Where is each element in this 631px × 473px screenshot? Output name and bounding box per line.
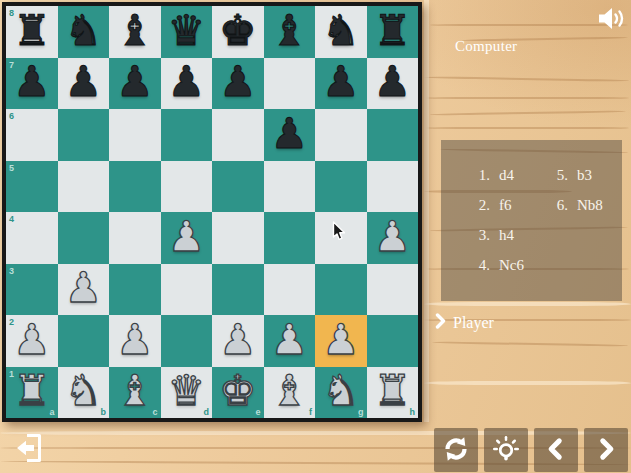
square-f5[interactable] [264, 161, 316, 213]
rank-label: 1 [9, 369, 14, 379]
square-f1[interactable]: f♝ [264, 367, 316, 419]
lightbulb-icon [491, 434, 521, 467]
chess-game-screen: 8♜♞♝♛♚♝♞♜7♟♟♟♟♟♟♟6♟54♟♟3♟2♟♟♟♟♟1a♜b♞c♝d♛… [0, 0, 631, 473]
move-entry: 3. h4 [471, 220, 524, 250]
black-bishop: ♝ [116, 10, 154, 52]
move-number: 1. [471, 167, 490, 184]
white-pawn: ♟ [116, 319, 154, 361]
white-pawn: ♟ [322, 319, 360, 361]
move-text: Nb8 [577, 197, 603, 214]
move-text: b3 [577, 167, 592, 184]
white-pawn: ♟ [270, 319, 308, 361]
white-rook: ♜ [373, 370, 411, 412]
restart-button[interactable] [434, 428, 478, 472]
hint-button[interactable] [484, 428, 528, 472]
move-number: 3. [471, 227, 490, 244]
square-d7[interactable]: ♟ [161, 58, 213, 110]
file-label: c [152, 407, 157, 417]
square-a8[interactable]: 8♜ [6, 6, 58, 58]
rotate-arrows-icon [441, 434, 471, 467]
square-d5[interactable] [161, 161, 213, 213]
move-number: 6. [549, 197, 568, 214]
square-g6[interactable] [315, 109, 367, 161]
square-h1[interactable]: h♜ [367, 367, 419, 419]
square-b5[interactable] [58, 161, 110, 213]
square-d1[interactable]: d♛ [161, 367, 213, 419]
wood-grain-line [424, 381, 631, 385]
white-queen: ♛ [167, 370, 205, 412]
file-label: d [204, 407, 210, 417]
black-pawn: ♟ [322, 61, 360, 103]
square-e4[interactable] [212, 212, 264, 264]
square-b7[interactable]: ♟ [58, 58, 110, 110]
square-h3[interactable] [367, 264, 419, 316]
square-a2[interactable]: 2♟ [6, 315, 58, 367]
square-g1[interactable]: g♞ [315, 367, 367, 419]
square-f6[interactable]: ♟ [264, 109, 316, 161]
move-entry: 1. d4 [471, 160, 524, 190]
black-king: ♚ [219, 10, 257, 52]
move-list-column-2: 5. b3 6. Nb8 [549, 160, 603, 220]
square-d4[interactable]: ♟ [161, 212, 213, 264]
square-g5[interactable] [315, 161, 367, 213]
white-pawn: ♟ [219, 319, 257, 361]
white-bishop: ♝ [116, 370, 154, 412]
sound-button[interactable] [596, 4, 628, 33]
wood-grain-line [424, 302, 631, 306]
file-label: f [309, 407, 312, 417]
square-e8[interactable]: ♚ [212, 6, 264, 58]
move-text: d4 [499, 167, 514, 184]
square-g8[interactable]: ♞ [315, 6, 367, 58]
square-g3[interactable] [315, 264, 367, 316]
square-f7[interactable] [264, 58, 316, 110]
black-pawn: ♟ [373, 61, 411, 103]
speaker-icon [596, 21, 628, 36]
square-e3[interactable] [212, 264, 264, 316]
square-c7[interactable]: ♟ [109, 58, 161, 110]
square-d3[interactable] [161, 264, 213, 316]
white-pawn: ♟ [13, 319, 51, 361]
square-e2[interactable]: ♟ [212, 315, 264, 367]
move-number: 2. [471, 197, 490, 214]
file-label: b [101, 407, 107, 417]
move-text: Nc6 [499, 257, 524, 274]
move-forward-button[interactable] [584, 428, 628, 472]
square-b3[interactable]: ♟ [58, 264, 110, 316]
move-list-panel: 1. d4 2. f6 3. h4 4. Nc6 5. b3 6. [441, 140, 622, 301]
move-text: f6 [499, 197, 512, 214]
black-rook: ♜ [13, 10, 51, 52]
rank-label: 6 [9, 111, 14, 121]
rank-label: 2 [9, 317, 14, 327]
square-h8[interactable]: ♜ [367, 6, 419, 58]
black-pawn: ♟ [64, 61, 102, 103]
file-label: h [410, 407, 416, 417]
plank-edge-highlight [424, 0, 429, 422]
black-knight: ♞ [322, 10, 360, 52]
square-c1[interactable]: c♝ [109, 367, 161, 419]
square-f8[interactable]: ♝ [264, 6, 316, 58]
wood-grain-line [424, 76, 629, 82]
computer-label: Computer [455, 38, 517, 55]
square-e6[interactable] [212, 109, 264, 161]
move-number: 5. [549, 167, 568, 184]
square-a3[interactable]: 3 [6, 264, 58, 316]
black-pawn: ♟ [167, 61, 205, 103]
file-label: e [255, 407, 260, 417]
move-back-button[interactable] [534, 428, 578, 472]
rank-label: 4 [9, 214, 14, 224]
white-rook: ♜ [13, 370, 51, 412]
wood-grain-line [426, 97, 629, 99]
square-f4[interactable] [264, 212, 316, 264]
black-knight: ♞ [64, 10, 102, 52]
move-entry: 2. f6 [471, 190, 524, 220]
player-section-toggle[interactable]: Player [435, 313, 494, 333]
white-knight: ♞ [64, 370, 102, 412]
rank-label: 3 [9, 266, 14, 276]
square-a6[interactable]: 6 [6, 109, 58, 161]
white-pawn: ♟ [64, 267, 102, 309]
file-label: g [358, 407, 364, 417]
white-bishop: ♝ [270, 370, 308, 412]
square-b6[interactable] [58, 109, 110, 161]
white-pawn: ♟ [167, 216, 205, 258]
black-rook: ♜ [373, 10, 411, 52]
square-f2[interactable]: ♟ [264, 315, 316, 367]
chevron-right-icon [435, 313, 446, 333]
square-c5[interactable] [109, 161, 161, 213]
square-d8[interactable]: ♛ [161, 6, 213, 58]
move-entry: 4. Nc6 [471, 250, 524, 280]
chess-board: 8♜♞♝♛♚♝♞♜7♟♟♟♟♟♟♟6♟54♟♟3♟2♟♟♟♟♟1a♜b♞c♝d♛… [2, 2, 422, 422]
square-g2[interactable]: ♟ [315, 315, 367, 367]
black-pawn: ♟ [116, 61, 154, 103]
square-a5[interactable]: 5 [6, 161, 58, 213]
square-d2[interactable] [161, 315, 213, 367]
exit-door-icon [14, 454, 46, 469]
player-label: Player [453, 314, 494, 332]
game-controls [434, 428, 628, 472]
black-queen: ♛ [167, 10, 205, 52]
square-e1[interactable]: e♚ [212, 367, 264, 419]
square-g4[interactable] [315, 212, 367, 264]
square-b2[interactable] [58, 315, 110, 367]
move-text: h4 [499, 227, 514, 244]
rank-label: 5 [9, 163, 14, 173]
rank-label: 7 [9, 60, 14, 70]
square-c4[interactable] [109, 212, 161, 264]
wood-grain-line [426, 127, 629, 129]
exit-button[interactable] [14, 430, 46, 466]
square-b8[interactable]: ♞ [58, 6, 110, 58]
square-c6[interactable] [109, 109, 161, 161]
move-number: 4. [471, 257, 490, 274]
move-entry: 6. Nb8 [549, 190, 603, 220]
square-h2[interactable] [367, 315, 419, 367]
move-entry: 5. b3 [549, 160, 603, 190]
square-h4[interactable]: ♟ [367, 212, 419, 264]
square-g7[interactable]: ♟ [315, 58, 367, 110]
square-d6[interactable] [161, 109, 213, 161]
chevron-right-icon [593, 436, 619, 465]
square-f3[interactable] [264, 264, 316, 316]
white-king: ♚ [219, 370, 257, 412]
square-e5[interactable] [212, 161, 264, 213]
chevron-left-icon [543, 436, 569, 465]
square-c2[interactable]: ♟ [109, 315, 161, 367]
wood-grain-line [430, 110, 626, 115]
square-a1[interactable]: 1a♜ [6, 367, 58, 419]
black-pawn: ♟ [219, 61, 257, 103]
file-label: a [49, 407, 54, 417]
square-a4[interactable]: 4 [6, 212, 58, 264]
black-pawn: ♟ [270, 113, 308, 155]
white-knight: ♞ [322, 370, 360, 412]
wood-grain-line [432, 341, 628, 346]
move-list-column-1: 1. d4 2. f6 3. h4 4. Nc6 [471, 160, 524, 280]
square-e7[interactable]: ♟ [212, 58, 264, 110]
white-pawn: ♟ [373, 216, 411, 258]
square-h6[interactable] [367, 109, 419, 161]
square-b1[interactable]: b♞ [58, 367, 110, 419]
square-h7[interactable]: ♟ [367, 58, 419, 110]
rank-label: 8 [9, 8, 14, 18]
black-bishop: ♝ [270, 10, 308, 52]
square-h5[interactable] [367, 161, 419, 213]
square-c8[interactable]: ♝ [109, 6, 161, 58]
square-c3[interactable] [109, 264, 161, 316]
square-a7[interactable]: 7♟ [6, 58, 58, 110]
black-pawn: ♟ [13, 61, 51, 103]
square-b4[interactable] [58, 212, 110, 264]
